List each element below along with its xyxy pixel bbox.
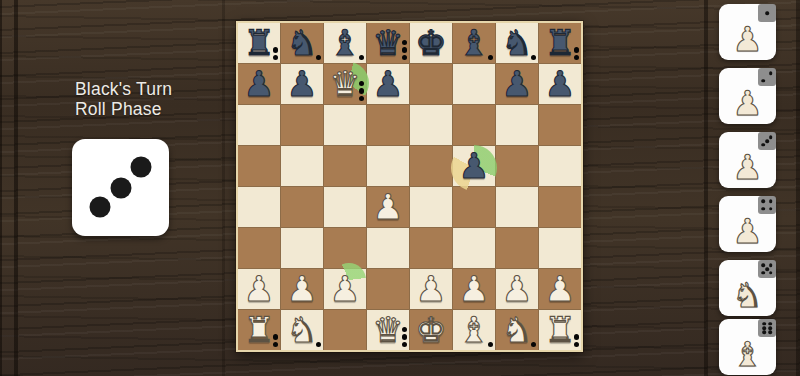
square-d7[interactable]: ♟: [367, 64, 409, 104]
piece-black-pawn[interactable]: ♟: [281, 64, 323, 104]
square-a2[interactable]: ♟: [238, 269, 280, 309]
piece-dice-pips: [316, 342, 322, 348]
square-c1[interactable]: [324, 310, 366, 350]
square-d5[interactable]: [367, 146, 409, 186]
piece-dice-pips: [574, 334, 580, 347]
square-h5[interactable]: [539, 146, 581, 186]
piece-dice-pips: [402, 327, 408, 348]
phase-label: Roll Phase: [75, 100, 172, 120]
square-g2[interactable]: ♟: [496, 269, 538, 309]
square-e3[interactable]: [410, 228, 452, 268]
piece-black-pawn[interactable]: ♟: [539, 64, 581, 104]
die-badge-3: [758, 132, 776, 150]
piece-white-pawn[interactable]: ♟: [238, 269, 280, 309]
square-d8[interactable]: ♛: [367, 23, 409, 63]
piece-dice-pips: [574, 47, 580, 60]
die-pip: [769, 271, 773, 275]
turn-label: Black's Turn: [75, 80, 172, 100]
square-b8[interactable]: ♞: [281, 23, 323, 63]
chess-board: ♜♞♝♛♚♝♞♜♟♟♛♟♟♟♟♟♟♟♟♟♟♟♟♜♞♛♚♝♞♜: [236, 21, 583, 352]
square-b3[interactable]: [281, 228, 323, 268]
die-badge-2: [758, 68, 776, 86]
legend-tile-die-3-pawn[interactable]: ♟: [719, 132, 776, 188]
square-b7[interactable]: ♟: [281, 64, 323, 104]
piece-dice-pips: [316, 55, 322, 61]
square-g5[interactable]: [496, 146, 538, 186]
legend-tile-die-2-pawn[interactable]: ♟: [719, 68, 776, 124]
square-c5[interactable]: [324, 146, 366, 186]
die-pip: [761, 79, 765, 83]
die-badge-4: [758, 196, 776, 214]
square-e5[interactable]: [410, 146, 452, 186]
square-e1[interactable]: ♚: [410, 310, 452, 350]
square-b2[interactable]: ♟: [281, 269, 323, 309]
die-pip: [762, 331, 766, 335]
square-b4[interactable]: [281, 187, 323, 227]
die-pip: [769, 200, 773, 204]
die-badge-6: [758, 319, 776, 337]
square-c7[interactable]: ♛: [324, 64, 366, 104]
piece-black-king[interactable]: ♚: [410, 23, 452, 63]
square-d6[interactable]: [367, 105, 409, 145]
square-d2[interactable]: [367, 269, 409, 309]
piece-white-pawn[interactable]: ♟: [281, 269, 323, 309]
square-c3[interactable]: [324, 228, 366, 268]
square-d3[interactable]: [367, 228, 409, 268]
legend-tile-die-1-pawn[interactable]: ♟: [719, 4, 776, 60]
turn-status: Black's Turn Roll Phase: [75, 80, 172, 119]
die-pip: [768, 326, 772, 330]
square-g6[interactable]: [496, 105, 538, 145]
square-a7[interactable]: ♟: [238, 64, 280, 104]
die-pip: [762, 207, 766, 211]
piece-dice-pips: [359, 55, 365, 61]
piece-dice-pips: [488, 55, 494, 61]
square-c2[interactable]: ♟: [324, 269, 366, 309]
square-f3[interactable]: [453, 228, 495, 268]
piece-dice-pips: [273, 47, 279, 60]
piece-black-pawn[interactable]: ♟: [496, 64, 538, 104]
square-a3[interactable]: [238, 228, 280, 268]
piece-white-pawn[interactable]: ♟: [367, 187, 409, 227]
piece-dice-pips: [273, 334, 279, 347]
die-pip: [130, 157, 151, 178]
square-h3[interactable]: [539, 228, 581, 268]
square-f8[interactable]: ♝: [453, 23, 495, 63]
die-pip: [762, 322, 766, 326]
die-pip: [765, 11, 769, 15]
die-badge-5: [758, 260, 776, 278]
square-f7[interactable]: [453, 64, 495, 104]
piece-black-pawn[interactable]: ♟: [453, 146, 495, 186]
square-c4[interactable]: [324, 187, 366, 227]
piece-white-king[interactable]: ♚: [410, 310, 452, 350]
piece-black-pawn[interactable]: ♟: [238, 64, 280, 104]
die-pip: [110, 177, 131, 198]
die-pip: [761, 143, 765, 147]
square-h1[interactable]: ♜: [539, 310, 581, 350]
die-pip: [90, 196, 111, 217]
square-d1[interactable]: ♛: [367, 310, 409, 350]
die-badge-1: [758, 4, 776, 22]
square-g4[interactable]: [496, 187, 538, 227]
square-b6[interactable]: [281, 105, 323, 145]
piece-white-pawn[interactable]: ♟: [410, 269, 452, 309]
square-g7[interactable]: ♟: [496, 64, 538, 104]
square-c6[interactable]: [324, 105, 366, 145]
square-h4[interactable]: [539, 187, 581, 227]
square-h8[interactable]: ♜: [539, 23, 581, 63]
piece-dice-pips: [531, 55, 537, 61]
die-pip: [768, 331, 772, 335]
square-f5[interactable]: ♟: [453, 146, 495, 186]
piece-white-pawn[interactable]: ♟: [324, 269, 366, 309]
die-pip: [769, 264, 773, 268]
piece-dice-pips: [359, 81, 365, 102]
square-g8[interactable]: ♞: [496, 23, 538, 63]
square-f1[interactable]: ♝: [453, 310, 495, 350]
square-c8[interactable]: ♝: [324, 23, 366, 63]
legend-tile-die-6-bishop[interactable]: ♝: [719, 319, 776, 375]
die-pip: [762, 271, 766, 275]
square-e4[interactable]: [410, 187, 452, 227]
square-a1[interactable]: ♜: [238, 310, 280, 350]
piece-white-pawn[interactable]: ♟: [539, 269, 581, 309]
square-d4[interactable]: ♟: [367, 187, 409, 227]
square-e6[interactable]: [410, 105, 452, 145]
piece-black-pawn[interactable]: ♟: [367, 64, 409, 104]
square-g3[interactable]: [496, 228, 538, 268]
die-pip: [765, 139, 769, 143]
piece-dice-pips: [488, 342, 494, 348]
square-f6[interactable]: [453, 105, 495, 145]
piece-white-pawn[interactable]: ♟: [453, 269, 495, 309]
piece-white-pawn[interactable]: ♟: [496, 269, 538, 309]
die-pip: [769, 71, 773, 75]
square-a5[interactable]: [238, 146, 280, 186]
square-a4[interactable]: [238, 187, 280, 227]
square-h6[interactable]: [539, 105, 581, 145]
die-pip: [769, 135, 773, 139]
square-b5[interactable]: [281, 146, 323, 186]
roll-die[interactable]: [72, 139, 169, 236]
square-f4[interactable]: [453, 187, 495, 227]
square-e7[interactable]: [410, 64, 452, 104]
legend-tile-die-4-pawn[interactable]: ♟: [719, 196, 776, 252]
square-e8[interactable]: ♚: [410, 23, 452, 63]
die-pip: [762, 326, 766, 330]
die-pip: [768, 322, 772, 326]
square-e2[interactable]: ♟: [410, 269, 452, 309]
legend-tile-die-5-knight[interactable]: ♞: [719, 260, 776, 316]
square-h2[interactable]: ♟: [539, 269, 581, 309]
piece-dice-pips: [402, 40, 408, 61]
die-pip: [762, 264, 766, 268]
die-pip: [762, 200, 766, 204]
square-a8[interactable]: ♜: [238, 23, 280, 63]
die-pip: [769, 207, 773, 211]
piece-dice-pips: [531, 342, 537, 348]
square-b1[interactable]: ♞: [281, 310, 323, 350]
square-a6[interactable]: [238, 105, 280, 145]
die-pip: [765, 267, 769, 271]
square-h7[interactable]: ♟: [539, 64, 581, 104]
square-g1[interactable]: ♞: [496, 310, 538, 350]
square-f2[interactable]: ♟: [453, 269, 495, 309]
